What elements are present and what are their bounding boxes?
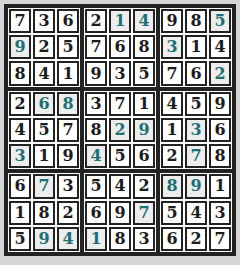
sudoku-page: 7369258412147689359853147622684573193718…	[0, 0, 240, 265]
cell-r8c3[interactable]: 2	[57, 201, 79, 225]
cell-r9c1[interactable]: 5	[9, 227, 31, 251]
sudoku-box-2: 214768935	[82, 6, 158, 89]
cell-r6c6[interactable]: 6	[133, 144, 155, 168]
cell-r6c8[interactable]: 7	[185, 144, 207, 168]
cell-r2c4[interactable]: 7	[85, 35, 107, 59]
cell-r7c2[interactable]: 7	[33, 174, 55, 198]
cell-r3c7[interactable]: 7	[161, 61, 183, 85]
cell-r5c1[interactable]: 4	[9, 118, 31, 142]
cell-r5c5[interactable]: 2	[109, 118, 131, 142]
cell-r8c4[interactable]: 6	[85, 201, 107, 225]
cell-r1c4[interactable]: 2	[85, 9, 107, 33]
cell-r1c1[interactable]: 7	[9, 9, 31, 33]
sudoku-box-7: 673182594	[6, 171, 82, 254]
cell-r7c4[interactable]: 5	[85, 174, 107, 198]
cell-r3c5[interactable]: 3	[109, 61, 131, 85]
cell-r9c7[interactable]: 6	[161, 227, 183, 251]
cell-r4c1[interactable]: 2	[9, 92, 31, 116]
cell-r7c5[interactable]: 4	[109, 174, 131, 198]
cell-r4c4[interactable]: 3	[85, 92, 107, 116]
cell-r6c2[interactable]: 1	[33, 144, 55, 168]
cell-r7c1[interactable]: 6	[9, 174, 31, 198]
cell-r8c6[interactable]: 7	[133, 201, 155, 225]
cell-r6c3[interactable]: 9	[57, 144, 79, 168]
cell-r5c6[interactable]: 9	[133, 118, 155, 142]
sudoku-box-1: 736925841	[6, 6, 82, 89]
cell-r6c5[interactable]: 5	[109, 144, 131, 168]
cell-r6c4[interactable]: 4	[85, 144, 107, 168]
cell-r1c8[interactable]: 8	[185, 9, 207, 33]
sudoku-box-5: 371829456	[82, 89, 158, 172]
cell-r2c3[interactable]: 5	[57, 35, 79, 59]
cell-r3c3[interactable]: 1	[57, 61, 79, 85]
cell-r4c9[interactable]: 9	[209, 92, 231, 116]
cell-r4c7[interactable]: 4	[161, 92, 183, 116]
sudoku-box-3: 985314762	[158, 6, 234, 89]
cell-r6c1[interactable]: 3	[9, 144, 31, 168]
cell-r8c5[interactable]: 9	[109, 201, 131, 225]
cell-r8c1[interactable]: 1	[9, 201, 31, 225]
cell-r2c9[interactable]: 4	[209, 35, 231, 59]
sudoku-box-6: 459136278	[158, 89, 234, 172]
cell-r2c1[interactable]: 9	[9, 35, 31, 59]
cell-r3c4[interactable]: 9	[85, 61, 107, 85]
sudoku-box-4: 268457319	[6, 89, 82, 172]
cell-r8c8[interactable]: 4	[185, 201, 207, 225]
cell-r1c3[interactable]: 6	[57, 9, 79, 33]
cell-r4c2[interactable]: 6	[33, 92, 55, 116]
sudoku-board: 7369258412147689359853147622684573193718…	[4, 4, 236, 256]
cell-r4c5[interactable]: 7	[109, 92, 131, 116]
cell-r5c7[interactable]: 1	[161, 118, 183, 142]
cell-r1c2[interactable]: 3	[33, 9, 55, 33]
cell-r3c1[interactable]: 8	[9, 61, 31, 85]
cell-r8c7[interactable]: 5	[161, 201, 183, 225]
cell-r2c6[interactable]: 8	[133, 35, 155, 59]
cell-r1c9[interactable]: 5	[209, 9, 231, 33]
cell-r4c3[interactable]: 8	[57, 92, 79, 116]
cell-r9c6[interactable]: 3	[133, 227, 155, 251]
cell-r4c8[interactable]: 5	[185, 92, 207, 116]
cell-r8c9[interactable]: 3	[209, 201, 231, 225]
cell-r1c6[interactable]: 4	[133, 9, 155, 33]
cell-r5c3[interactable]: 7	[57, 118, 79, 142]
cell-r9c8[interactable]: 2	[185, 227, 207, 251]
cell-r7c7[interactable]: 8	[161, 174, 183, 198]
cell-r9c5[interactable]: 8	[109, 227, 131, 251]
cell-r8c2[interactable]: 8	[33, 201, 55, 225]
cell-r7c3[interactable]: 3	[57, 174, 79, 198]
cell-r3c6[interactable]: 5	[133, 61, 155, 85]
cell-r3c8[interactable]: 6	[185, 61, 207, 85]
cell-r4c6[interactable]: 1	[133, 92, 155, 116]
cell-r7c6[interactable]: 2	[133, 174, 155, 198]
cell-r9c9[interactable]: 7	[209, 227, 231, 251]
cell-r9c4[interactable]: 1	[85, 227, 107, 251]
cell-r5c9[interactable]: 6	[209, 118, 231, 142]
cell-r2c2[interactable]: 2	[33, 35, 55, 59]
cell-r3c2[interactable]: 4	[33, 61, 55, 85]
cell-r7c8[interactable]: 9	[185, 174, 207, 198]
cell-r5c2[interactable]: 5	[33, 118, 55, 142]
sudoku-box-9: 891543627	[158, 171, 234, 254]
cell-r2c8[interactable]: 1	[185, 35, 207, 59]
cell-r9c3[interactable]: 4	[57, 227, 79, 251]
cell-r2c7[interactable]: 3	[161, 35, 183, 59]
cell-r1c7[interactable]: 9	[161, 9, 183, 33]
cell-r5c4[interactable]: 8	[85, 118, 107, 142]
cell-r6c9[interactable]: 8	[209, 144, 231, 168]
cell-r9c2[interactable]: 9	[33, 227, 55, 251]
cell-r7c9[interactable]: 1	[209, 174, 231, 198]
cell-r1c5[interactable]: 1	[109, 9, 131, 33]
cell-r3c9[interactable]: 2	[209, 61, 231, 85]
cell-r6c7[interactable]: 2	[161, 144, 183, 168]
sudoku-box-8: 542697183	[82, 171, 158, 254]
cell-r2c5[interactable]: 6	[109, 35, 131, 59]
cell-r5c8[interactable]: 3	[185, 118, 207, 142]
